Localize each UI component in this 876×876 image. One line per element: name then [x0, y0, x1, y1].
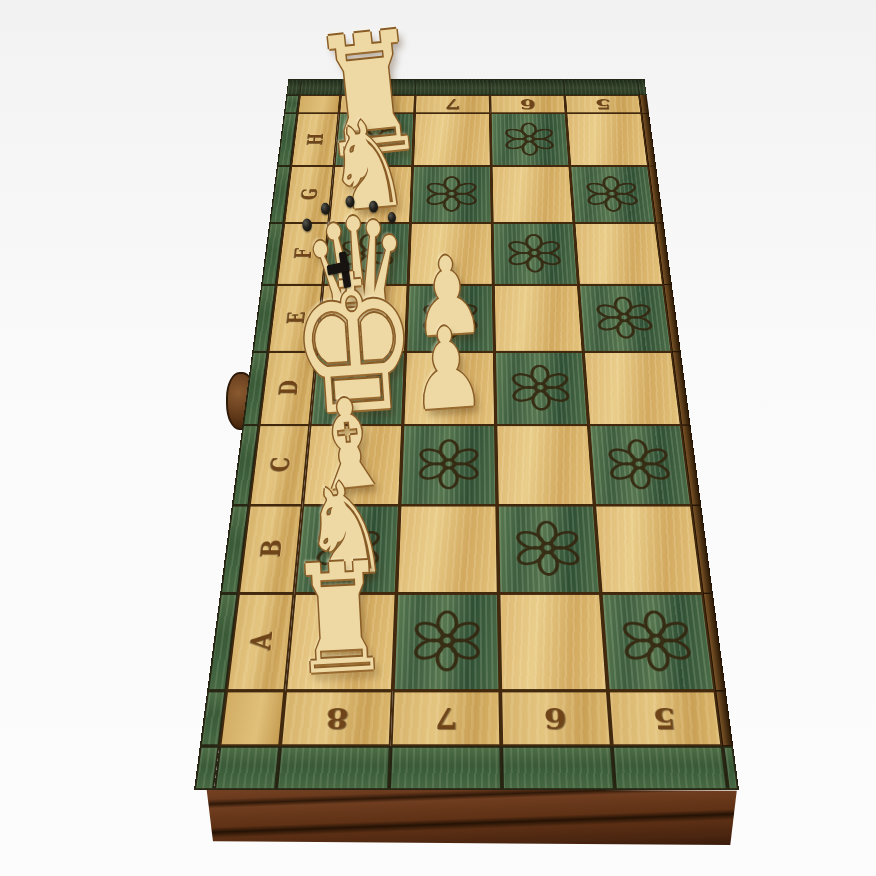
piece-pawn-d7[interactable]: ♟: [406, 311, 488, 427]
pawn-glyph: ♟: [406, 311, 488, 427]
rook-glyph: ♜: [286, 542, 394, 697]
piece-rook-a8[interactable]: ♜: [286, 542, 394, 697]
pieces-layer: ♜♞♛♟♚♟♝♞♜: [0, 0, 876, 876]
photo-scene: 8765HGFEDCBA8765 ♜♞♛♟♚♟♝♞♜: [0, 0, 876, 876]
